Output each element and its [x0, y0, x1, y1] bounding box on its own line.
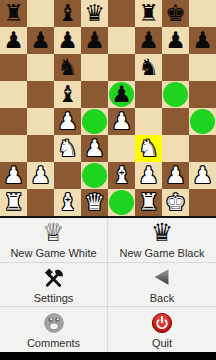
piece-black-bishop: ♝ — [57, 81, 78, 108]
power-button-icon — [150, 309, 174, 336]
square-b4[interactable] — [27, 108, 54, 135]
piece-white-pawn: ♟ — [138, 162, 159, 189]
piece-black-queen: ♛ — [84, 0, 105, 27]
square-e5[interactable]: ♟ — [108, 81, 135, 108]
square-d5[interactable] — [81, 81, 108, 108]
square-b2[interactable]: ♟ — [27, 162, 54, 189]
square-g3[interactable] — [162, 135, 189, 162]
game-menu: ♕ New Game White ♛ New Game Black Settin… — [0, 216, 216, 352]
piece-black-knight: ♞ — [57, 54, 78, 81]
black-queen-icon: ♛ — [151, 219, 173, 246]
piece-white-pawn: ♟ — [30, 162, 51, 189]
square-f5[interactable] — [135, 81, 162, 108]
square-a3[interactable] — [0, 135, 27, 162]
square-b8[interactable] — [27, 0, 54, 27]
menu-item-label: Back — [150, 292, 174, 305]
piece-white-pawn: ♟ — [111, 108, 132, 135]
menu-item-new-game-white[interactable]: ♕ New Game White — [0, 218, 108, 263]
square-h7[interactable]: ♟ — [189, 27, 216, 54]
menu-item-quit[interactable]: Quit — [108, 307, 216, 352]
piece-white-rook: ♜ — [138, 189, 159, 216]
square-e4[interactable]: ♟ — [108, 108, 135, 135]
move-hint[interactable] — [190, 109, 215, 134]
piece-black-pawn: ♟ — [192, 27, 213, 54]
square-f7[interactable]: ♟ — [135, 27, 162, 54]
square-b3[interactable] — [27, 135, 54, 162]
square-d7[interactable]: ♟ — [81, 27, 108, 54]
screen-background — [0, 352, 216, 360]
menu-item-comments[interactable]: Comments — [0, 307, 108, 352]
square-h6[interactable] — [189, 54, 216, 81]
chess-board: ♜♝♛♜♚♟♟♟♟♟♟♟♞♞♝♟♟♟♞♟♞♟♟♝♟♟♟♜♝♛♜♚ — [0, 0, 216, 216]
piece-white-king: ♚ — [165, 189, 186, 216]
square-b7[interactable]: ♟ — [27, 27, 54, 54]
piece-white-pawn: ♟ — [57, 108, 78, 135]
piece-black-pawn: ♟ — [57, 27, 78, 54]
square-g5[interactable] — [162, 81, 189, 108]
square-b5[interactable] — [27, 81, 54, 108]
menu-item-settings[interactable]: Settings — [0, 263, 108, 308]
square-c5[interactable]: ♝ — [54, 81, 81, 108]
menu-item-label: New Game Black — [120, 247, 205, 260]
square-g4[interactable] — [162, 108, 189, 135]
square-f8[interactable]: ♜ — [135, 0, 162, 27]
square-f6[interactable]: ♞ — [135, 54, 162, 81]
square-e6[interactable] — [108, 54, 135, 81]
piece-white-knight: ♞ — [138, 135, 159, 162]
square-a1[interactable]: ♜ — [0, 189, 27, 216]
square-g8[interactable]: ♚ — [162, 0, 189, 27]
piece-white-knight: ♞ — [57, 135, 78, 162]
square-d6[interactable] — [81, 54, 108, 81]
square-d4[interactable] — [81, 108, 108, 135]
square-f3[interactable]: ♞ — [135, 135, 162, 162]
square-a7[interactable]: ♟ — [0, 27, 27, 54]
square-c1[interactable]: ♝ — [54, 189, 81, 216]
square-c6[interactable]: ♞ — [54, 54, 81, 81]
square-f2[interactable]: ♟ — [135, 162, 162, 189]
piece-black-pawn: ♟ — [30, 27, 51, 54]
square-g1[interactable]: ♚ — [162, 189, 189, 216]
square-g2[interactable]: ♟ — [162, 162, 189, 189]
square-d1[interactable]: ♛ — [81, 189, 108, 216]
square-g6[interactable] — [162, 54, 189, 81]
piece-black-knight: ♞ — [138, 54, 159, 81]
menu-item-label: Quit — [152, 337, 172, 350]
square-c3[interactable]: ♞ — [54, 135, 81, 162]
move-hint[interactable] — [163, 82, 188, 107]
white-queen-icon: ♕ — [42, 219, 64, 246]
menu-item-back[interactable]: Back — [108, 263, 216, 308]
move-hint[interactable] — [82, 109, 107, 134]
square-e1[interactable] — [108, 189, 135, 216]
square-g7[interactable]: ♟ — [162, 27, 189, 54]
menu-item-label: Settings — [34, 292, 74, 305]
piece-black-rook: ♜ — [138, 0, 159, 27]
square-c4[interactable]: ♟ — [54, 108, 81, 135]
piece-white-bishop: ♝ — [111, 162, 132, 189]
piece-white-bishop: ♝ — [57, 189, 78, 216]
piece-black-rook: ♜ — [3, 0, 24, 27]
piece-black-pawn: ♟ — [111, 81, 132, 108]
piece-black-pawn: ♟ — [84, 27, 105, 54]
move-hint[interactable] — [109, 190, 134, 215]
square-e7[interactable] — [108, 27, 135, 54]
square-e3[interactable] — [108, 135, 135, 162]
piece-black-king: ♚ — [165, 0, 186, 27]
square-d8[interactable]: ♛ — [81, 0, 108, 27]
square-c7[interactable]: ♟ — [54, 27, 81, 54]
square-a6[interactable] — [0, 54, 27, 81]
piece-white-pawn: ♟ — [3, 162, 24, 189]
square-h2[interactable]: ♟ — [189, 162, 216, 189]
piece-white-queen: ♛ — [84, 189, 105, 216]
square-h3[interactable] — [189, 135, 216, 162]
square-c2[interactable] — [54, 162, 81, 189]
square-f4[interactable] — [135, 108, 162, 135]
square-c8[interactable]: ♝ — [54, 0, 81, 27]
square-d2[interactable] — [81, 162, 108, 189]
square-h1[interactable] — [189, 189, 216, 216]
smiley-face-icon — [42, 309, 66, 336]
back-triangle-icon — [151, 264, 173, 291]
piece-white-pawn: ♟ — [192, 162, 213, 189]
piece-black-pawn: ♟ — [138, 27, 159, 54]
square-b6[interactable] — [27, 54, 54, 81]
piece-white-pawn: ♟ — [165, 162, 186, 189]
square-a8[interactable]: ♜ — [0, 0, 27, 27]
square-d3[interactable]: ♟ — [81, 135, 108, 162]
piece-white-pawn: ♟ — [84, 135, 105, 162]
square-b1[interactable] — [27, 189, 54, 216]
square-e2[interactable]: ♝ — [108, 162, 135, 189]
square-e8[interactable] — [108, 0, 135, 27]
piece-white-rook: ♜ — [3, 189, 24, 216]
square-h8[interactable] — [189, 0, 216, 27]
piece-black-pawn: ♟ — [165, 27, 186, 54]
square-h4[interactable] — [189, 108, 216, 135]
move-hint[interactable] — [82, 163, 107, 188]
square-h5[interactable] — [189, 81, 216, 108]
menu-item-new-game-black[interactable]: ♛ New Game Black — [108, 218, 216, 263]
menu-item-label: New Game White — [10, 247, 96, 260]
square-f1[interactable]: ♜ — [135, 189, 162, 216]
crossed-tools-icon — [42, 264, 65, 291]
piece-black-pawn: ♟ — [3, 27, 24, 54]
square-a2[interactable]: ♟ — [0, 162, 27, 189]
menu-item-label: Comments — [27, 337, 80, 350]
square-a4[interactable] — [0, 108, 27, 135]
piece-black-bishop: ♝ — [57, 0, 78, 27]
square-a5[interactable] — [0, 81, 27, 108]
